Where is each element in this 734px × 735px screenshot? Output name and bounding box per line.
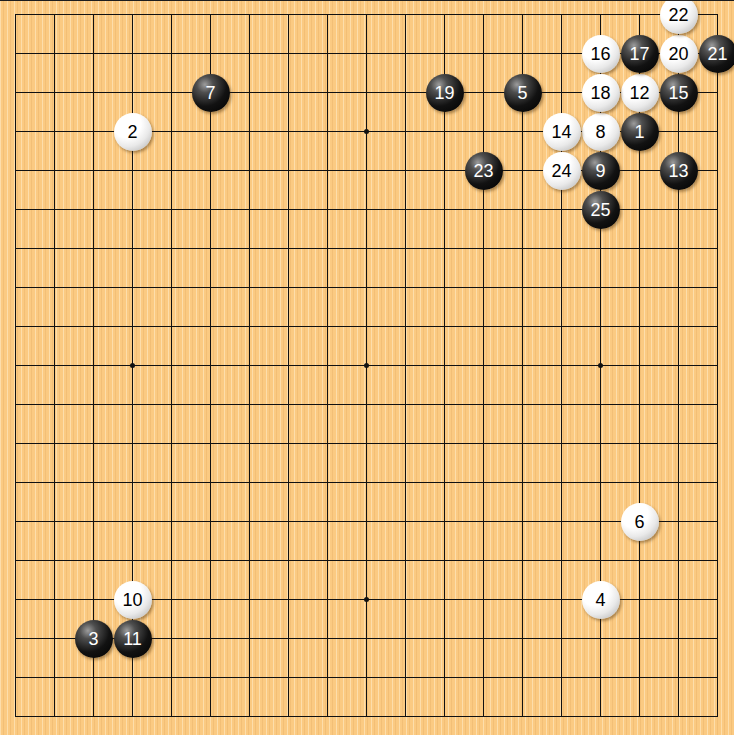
stone-move-number: 13 [668,162,688,180]
stone-move-number: 4 [595,591,605,609]
stone-white-10: 10 [114,581,152,619]
go-board[interactable]: 1234567891011121314151617181920212223242… [0,1,734,735]
hoshi-star-point [130,363,135,368]
stone-white-24: 24 [543,152,581,190]
stone-move-number: 10 [122,591,142,609]
stone-white-4: 4 [582,581,620,619]
stone-black-3: 3 [75,620,113,658]
stone-move-number: 1 [634,123,644,141]
stone-move-number: 23 [473,162,493,180]
stone-white-20: 20 [660,35,698,73]
stone-black-5: 5 [504,74,542,112]
stone-move-number: 17 [629,45,649,63]
screenshot-root: 1234567891011121314151617181920212223242… [0,0,734,735]
stone-black-23: 23 [465,152,503,190]
stone-move-number: 2 [127,123,137,141]
stone-move-number: 8 [595,123,605,141]
stone-black-15: 15 [660,74,698,112]
hoshi-star-point [364,597,369,602]
stone-move-number: 9 [595,162,605,180]
stone-black-11: 11 [114,620,152,658]
stone-white-8: 8 [582,113,620,151]
stone-move-number: 21 [707,45,727,63]
stone-move-number: 12 [629,84,649,102]
stone-move-number: 11 [123,630,142,648]
stone-white-14: 14 [543,113,581,151]
stone-black-25: 25 [582,191,620,229]
stone-white-2: 2 [114,113,152,151]
stone-move-number: 22 [668,6,688,24]
board-grid [0,1,734,735]
stone-black-17: 17 [621,35,659,73]
stone-black-19: 19 [426,74,464,112]
stone-move-number: 7 [205,84,215,102]
stone-white-16: 16 [582,35,620,73]
hoshi-star-point [598,363,603,368]
stone-white-18: 18 [582,74,620,112]
stone-move-number: 14 [551,123,571,141]
stone-white-22: 22 [660,0,698,34]
stone-move-number: 25 [590,201,610,219]
stone-move-number: 3 [88,630,98,648]
stone-move-number: 24 [551,162,571,180]
stone-white-12: 12 [621,74,659,112]
hoshi-star-point [364,363,369,368]
stone-move-number: 5 [517,84,527,102]
stone-move-number: 15 [668,84,688,102]
stone-black-21: 21 [699,35,734,73]
hoshi-star-point [364,129,369,134]
stone-black-9: 9 [582,152,620,190]
stone-move-number: 19 [434,84,454,102]
stone-move-number: 18 [590,84,610,102]
stone-black-1: 1 [621,113,659,151]
stone-white-6: 6 [621,503,659,541]
stone-black-13: 13 [660,152,698,190]
stone-move-number: 6 [634,513,644,531]
stone-black-7: 7 [192,74,230,112]
stone-move-number: 20 [668,45,688,63]
stone-move-number: 16 [590,45,610,63]
